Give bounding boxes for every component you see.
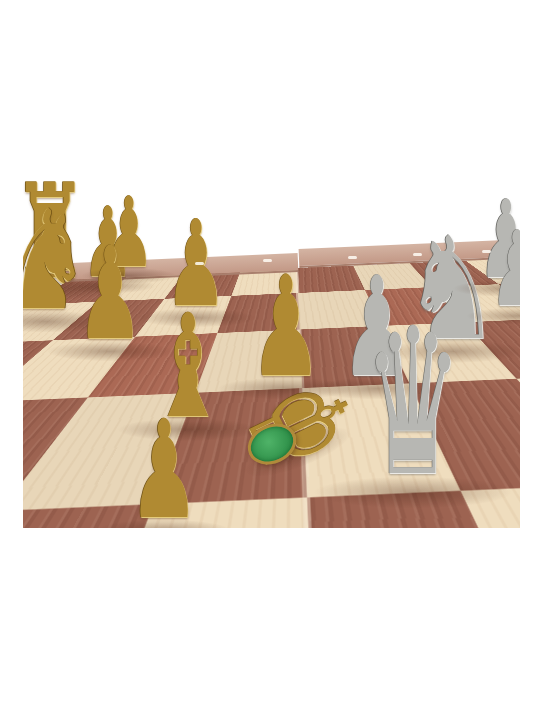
pieces-layer: ♚ ♜♞♟♟♟♟♟♝♟♞♟♛♟♟ bbox=[23, 150, 520, 528]
rim-coordinate-mark bbox=[482, 250, 491, 253]
gold-pawn-e4: ♟ bbox=[103, 402, 225, 528]
silver-queen-e5: ♛ bbox=[322, 302, 504, 505]
product-photo: ♚ ♜♞♟♟♟♟♟♝♟♞♟♛♟♟ bbox=[23, 150, 520, 528]
page: ♚ ♜♞♟♟♟♟♟♝♟♞♟♛♟♟ bbox=[0, 0, 540, 720]
rim-coordinate-mark bbox=[413, 253, 422, 256]
rim-coordinate-mark bbox=[348, 256, 357, 259]
silver-pawn-b8: ♟ bbox=[470, 217, 520, 321]
